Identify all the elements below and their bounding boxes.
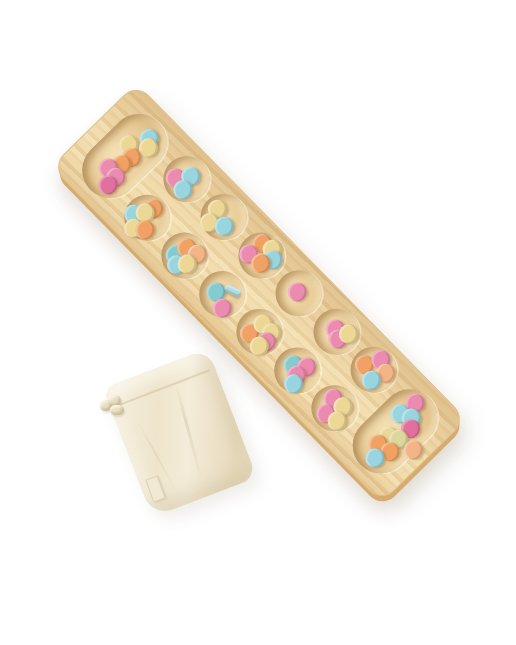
bag-drawstring-knot: [98, 392, 132, 422]
pit-store-bottom: [341, 377, 449, 484]
counter-blue_light: [223, 284, 241, 298]
counter-pink: [284, 278, 311, 305]
pit-store-top: [71, 102, 179, 209]
bag-fold-crease: [174, 384, 203, 481]
bag-body: [103, 349, 257, 518]
mancala-board: [51, 83, 467, 504]
product-photo-scene: [0, 0, 516, 645]
board-grid: [52, 84, 466, 502]
knot-bump: [110, 405, 124, 415]
